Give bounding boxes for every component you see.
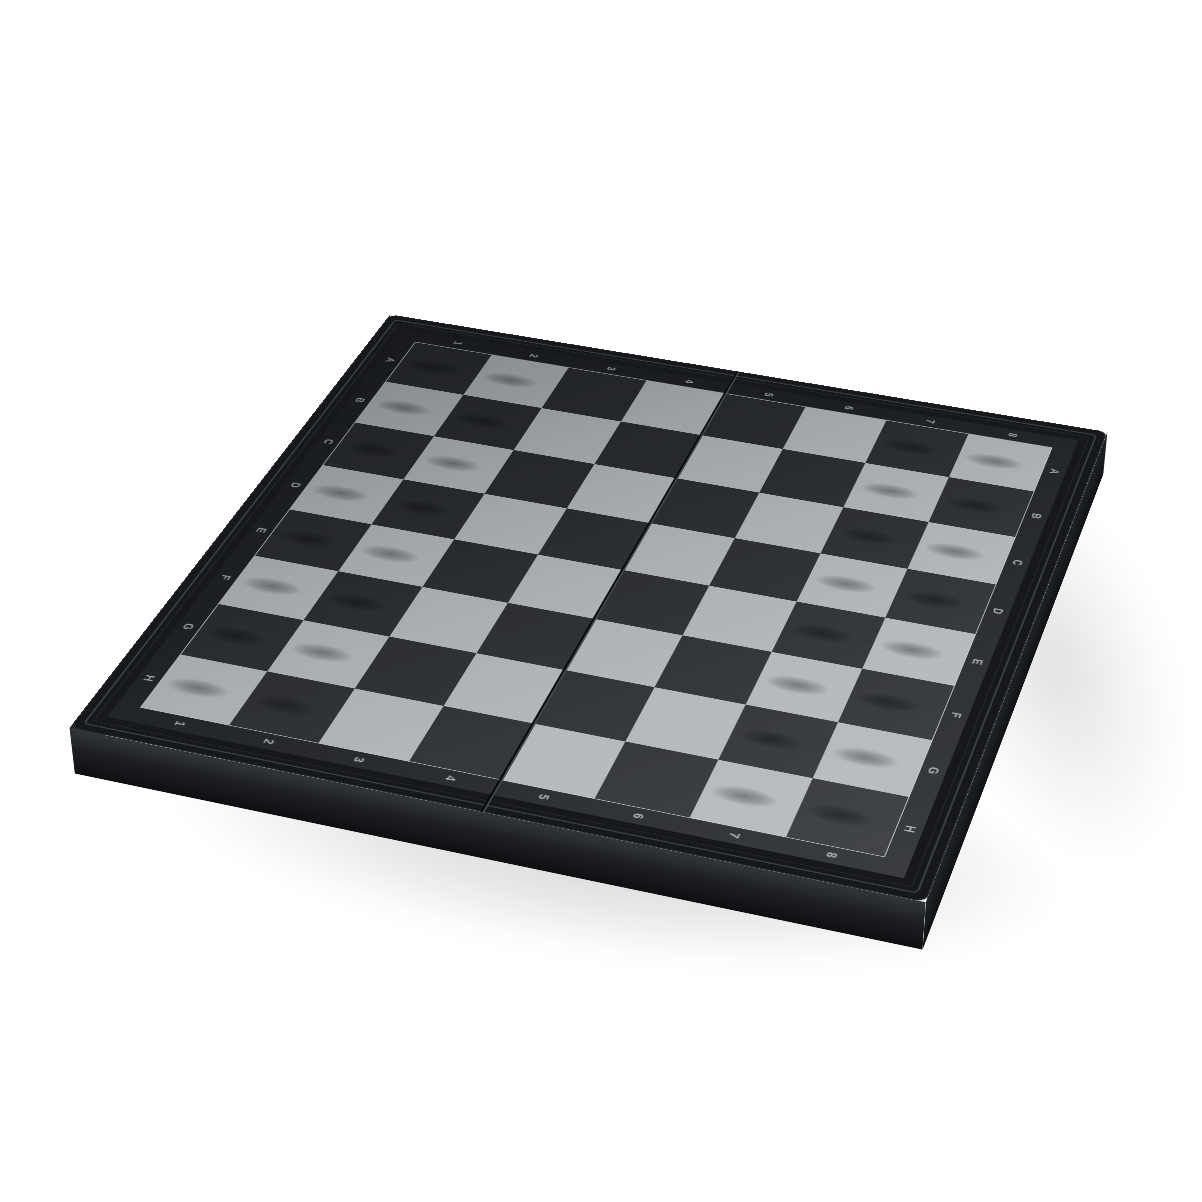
product-photo-scene: 12345678 12345678 ABCDEFGH ABCDEFGH ♜♟♞♟… [0, 0, 1202, 1202]
black-rook-icon: ♜ [802, 700, 891, 827]
white-rook-icon: ♜ [160, 578, 244, 698]
black-pawn-icon: ♟ [714, 704, 787, 808]
chessboard: 12345678 12345678 ABCDEFGH ABCDEFGH ♜♟♞♟… [70, 314, 1108, 902]
perspective-stage: 12345678 12345678 ABCDEFGH ABCDEFGH ♜♟♞♟… [0, 0, 1202, 1202]
white-pawn-icon: ♟ [255, 616, 325, 716]
